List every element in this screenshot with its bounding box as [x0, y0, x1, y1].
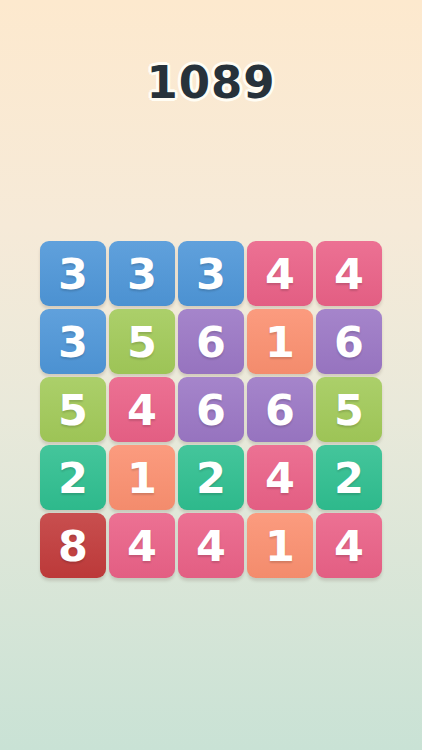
tile-r2c2-value-5[interactable]: 5	[109, 309, 175, 374]
tile-r1c4-value-4[interactable]: 4	[247, 241, 313, 306]
tile-r4c4-value-4[interactable]: 4	[247, 445, 313, 510]
tile-r3c4-value-6[interactable]: 6	[247, 377, 313, 442]
tile-r1c3-value-3[interactable]: 3	[178, 241, 244, 306]
tile-r5c3-value-4[interactable]: 4	[178, 513, 244, 578]
tile-r4c5-value-2[interactable]: 2	[316, 445, 382, 510]
tile-r5c2-value-4[interactable]: 4	[109, 513, 175, 578]
tile-r3c5-value-5[interactable]: 5	[316, 377, 382, 442]
tile-r5c5-value-4[interactable]: 4	[316, 513, 382, 578]
tile-r2c3-value-6[interactable]: 6	[178, 309, 244, 374]
tile-r2c4-value-1[interactable]: 1	[247, 309, 313, 374]
tile-r1c2-value-3[interactable]: 3	[109, 241, 175, 306]
game-screen: 1089 3334435616546652124284414	[0, 0, 422, 750]
tile-r5c1-value-8[interactable]: 8	[40, 513, 106, 578]
tile-r4c3-value-2[interactable]: 2	[178, 445, 244, 510]
score-display: 1089	[0, 56, 422, 109]
tile-r4c2-value-1[interactable]: 1	[109, 445, 175, 510]
tile-r3c1-value-5[interactable]: 5	[40, 377, 106, 442]
tile-r1c5-value-4[interactable]: 4	[316, 241, 382, 306]
tile-r2c5-value-6[interactable]: 6	[316, 309, 382, 374]
tile-r5c4-value-1[interactable]: 1	[247, 513, 313, 578]
tile-r1c1-value-3[interactable]: 3	[40, 241, 106, 306]
tile-r3c3-value-6[interactable]: 6	[178, 377, 244, 442]
tile-r3c2-value-4[interactable]: 4	[109, 377, 175, 442]
tile-r2c1-value-3[interactable]: 3	[40, 309, 106, 374]
game-board: 3334435616546652124284414	[40, 241, 382, 578]
tile-r4c1-value-2[interactable]: 2	[40, 445, 106, 510]
